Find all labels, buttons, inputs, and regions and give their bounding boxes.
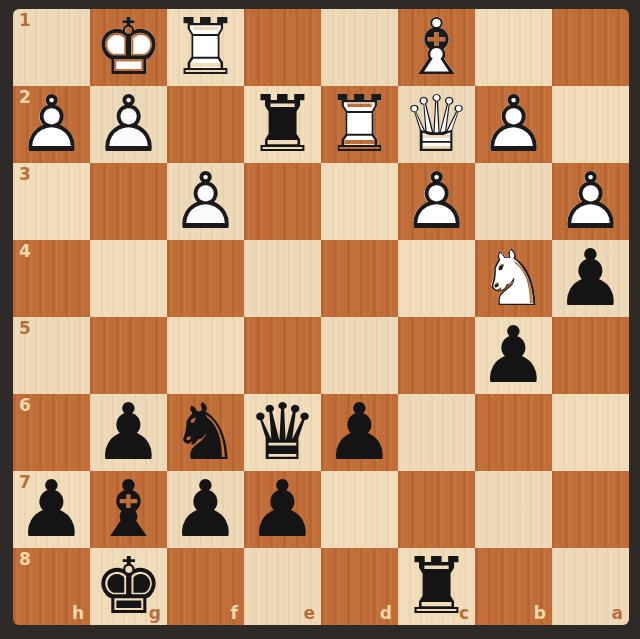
square-g7[interactable]: ♝ xyxy=(90,471,167,548)
square-e6[interactable]: ♛ xyxy=(244,394,321,471)
chess-board: 1♚♔♜♖♝♗2♟♙♟♙♜♜♖♛♕♟♙3♟♙♟♙♟♙4♞♘♟5♟6♟♞♛♟7♟♝… xyxy=(13,9,629,625)
square-b4[interactable]: ♞♘ xyxy=(475,240,552,317)
knight-glyph-outline: ♘ xyxy=(475,240,552,317)
square-h2[interactable]: 2♟♙ xyxy=(13,86,90,163)
king-glyph-fill: ♚ xyxy=(90,548,167,625)
piece-white-pawn[interactable]: ♟♙ xyxy=(475,86,552,163)
square-d6[interactable]: ♟ xyxy=(321,394,398,471)
rank-label-5: 5 xyxy=(19,320,31,337)
pawn-glyph-outline: ♙ xyxy=(167,163,244,240)
square-c1[interactable]: ♝♗ xyxy=(398,9,475,86)
square-e7[interactable]: ♟ xyxy=(244,471,321,548)
piece-black-pawn[interactable]: ♟ xyxy=(475,317,552,394)
pawn-glyph-outline: ♙ xyxy=(90,86,167,163)
piece-white-pawn[interactable]: ♟♙ xyxy=(13,86,90,163)
square-f2[interactable] xyxy=(167,86,244,163)
rank-label-1: 1 xyxy=(19,12,31,29)
square-h8[interactable]: 8h xyxy=(13,548,90,625)
piece-black-rook[interactable]: ♜ xyxy=(398,548,475,625)
square-c6[interactable] xyxy=(398,394,475,471)
square-b5[interactable]: ♟ xyxy=(475,317,552,394)
bishop-glyph-outline: ♗ xyxy=(398,9,475,86)
piece-black-pawn[interactable]: ♟ xyxy=(167,471,244,548)
queen-glyph-outline: ♕ xyxy=(398,86,475,163)
square-f5[interactable] xyxy=(167,317,244,394)
rank-label-8: 8 xyxy=(19,551,31,568)
square-g5[interactable] xyxy=(90,317,167,394)
square-d3[interactable] xyxy=(321,163,398,240)
square-f3[interactable]: ♟♙ xyxy=(167,163,244,240)
square-a3[interactable]: ♟♙ xyxy=(552,163,629,240)
square-c4[interactable] xyxy=(398,240,475,317)
square-e1[interactable] xyxy=(244,9,321,86)
square-g4[interactable] xyxy=(90,240,167,317)
square-f6[interactable]: ♞ xyxy=(167,394,244,471)
piece-white-king[interactable]: ♚♔ xyxy=(90,9,167,86)
square-f4[interactable] xyxy=(167,240,244,317)
pawn-glyph-outline: ♙ xyxy=(552,163,629,240)
piece-white-queen[interactable]: ♛♕ xyxy=(398,86,475,163)
king-glyph-outline: ♔ xyxy=(90,9,167,86)
square-d8[interactable]: d xyxy=(321,548,398,625)
rook-glyph-fill: ♜ xyxy=(244,86,321,163)
pawn-glyph-fill: ♟ xyxy=(167,471,244,548)
square-c8[interactable]: c♜ xyxy=(398,548,475,625)
piece-white-knight[interactable]: ♞♘ xyxy=(475,240,552,317)
queen-glyph-fill: ♛ xyxy=(244,394,321,471)
bishop-glyph-fill: ♝ xyxy=(90,471,167,548)
square-e2[interactable]: ♜ xyxy=(244,86,321,163)
pawn-glyph-outline: ♙ xyxy=(13,86,90,163)
file-label-a: a xyxy=(612,605,623,622)
piece-black-bishop[interactable]: ♝ xyxy=(90,471,167,548)
rook-glyph-fill: ♜ xyxy=(398,548,475,625)
pawn-glyph-fill: ♟ xyxy=(475,317,552,394)
square-b3[interactable] xyxy=(475,163,552,240)
piece-black-rook[interactable]: ♜ xyxy=(244,86,321,163)
rank-label-6: 6 xyxy=(19,397,31,414)
chess-app-background: { "game": "chess", "description": "Wood-… xyxy=(0,0,640,639)
piece-black-pawn[interactable]: ♟ xyxy=(552,240,629,317)
square-a1[interactable] xyxy=(552,9,629,86)
square-g6[interactable]: ♟ xyxy=(90,394,167,471)
file-label-d: d xyxy=(380,605,392,622)
square-f7[interactable]: ♟ xyxy=(167,471,244,548)
piece-white-pawn[interactable]: ♟♙ xyxy=(552,163,629,240)
square-c3[interactable]: ♟♙ xyxy=(398,163,475,240)
square-d7[interactable] xyxy=(321,471,398,548)
square-g2[interactable]: ♟♙ xyxy=(90,86,167,163)
square-a6[interactable] xyxy=(552,394,629,471)
square-e3[interactable] xyxy=(244,163,321,240)
square-h4[interactable]: 4 xyxy=(13,240,90,317)
square-g1[interactable]: ♚♔ xyxy=(90,9,167,86)
knight-glyph-fill: ♞ xyxy=(167,394,244,471)
square-b1[interactable] xyxy=(475,9,552,86)
file-label-e: e xyxy=(303,605,315,622)
square-f1[interactable]: ♜♖ xyxy=(167,9,244,86)
square-b2[interactable]: ♟♙ xyxy=(475,86,552,163)
square-b7[interactable] xyxy=(475,471,552,548)
piece-white-pawn[interactable]: ♟♙ xyxy=(167,163,244,240)
pawn-glyph-fill: ♟ xyxy=(321,394,398,471)
square-a8[interactable]: a xyxy=(552,548,629,625)
square-f8[interactable]: f xyxy=(167,548,244,625)
file-label-b: b xyxy=(534,605,546,622)
pawn-glyph-fill: ♟ xyxy=(552,240,629,317)
square-c7[interactable] xyxy=(398,471,475,548)
square-b8[interactable]: b xyxy=(475,548,552,625)
piece-white-pawn[interactable]: ♟♙ xyxy=(90,86,167,163)
piece-white-rook[interactable]: ♜♖ xyxy=(167,9,244,86)
square-e8[interactable]: e xyxy=(244,548,321,625)
rank-label-4: 4 xyxy=(19,243,31,260)
square-a2[interactable] xyxy=(552,86,629,163)
piece-white-pawn[interactable]: ♟♙ xyxy=(398,163,475,240)
rank-label-3: 3 xyxy=(19,166,31,183)
square-e4[interactable] xyxy=(244,240,321,317)
square-a7[interactable] xyxy=(552,471,629,548)
square-a5[interactable] xyxy=(552,317,629,394)
rook-glyph-outline: ♖ xyxy=(321,86,398,163)
square-c5[interactable] xyxy=(398,317,475,394)
pawn-glyph-fill: ♟ xyxy=(244,471,321,548)
pawn-glyph-outline: ♙ xyxy=(475,86,552,163)
pawn-glyph-fill: ♟ xyxy=(13,471,90,548)
square-h6[interactable]: 6 xyxy=(13,394,90,471)
square-a4[interactable]: ♟ xyxy=(552,240,629,317)
piece-white-rook[interactable]: ♜♖ xyxy=(321,86,398,163)
rook-glyph-outline: ♖ xyxy=(167,9,244,86)
square-g3[interactable] xyxy=(90,163,167,240)
piece-black-pawn[interactable]: ♟ xyxy=(13,471,90,548)
square-h7[interactable]: 7♟ xyxy=(13,471,90,548)
piece-black-pawn[interactable]: ♟ xyxy=(321,394,398,471)
square-d4[interactable] xyxy=(321,240,398,317)
square-d1[interactable] xyxy=(321,9,398,86)
piece-black-pawn[interactable]: ♟ xyxy=(90,394,167,471)
square-b6[interactable] xyxy=(475,394,552,471)
piece-white-bishop[interactable]: ♝♗ xyxy=(398,9,475,86)
file-label-h: h xyxy=(72,605,84,622)
square-h1[interactable]: 1 xyxy=(13,9,90,86)
piece-black-pawn[interactable]: ♟ xyxy=(244,471,321,548)
square-d2[interactable]: ♜♖ xyxy=(321,86,398,163)
square-c2[interactable]: ♛♕ xyxy=(398,86,475,163)
square-g8[interactable]: g♚ xyxy=(90,548,167,625)
square-d5[interactable] xyxy=(321,317,398,394)
square-h3[interactable]: 3 xyxy=(13,163,90,240)
piece-black-knight[interactable]: ♞ xyxy=(167,394,244,471)
square-h5[interactable]: 5 xyxy=(13,317,90,394)
piece-black-queen[interactable]: ♛ xyxy=(244,394,321,471)
pawn-glyph-fill: ♟ xyxy=(90,394,167,471)
pawn-glyph-outline: ♙ xyxy=(398,163,475,240)
piece-black-king[interactable]: ♚ xyxy=(90,548,167,625)
file-label-f: f xyxy=(231,605,238,622)
square-e5[interactable] xyxy=(244,317,321,394)
